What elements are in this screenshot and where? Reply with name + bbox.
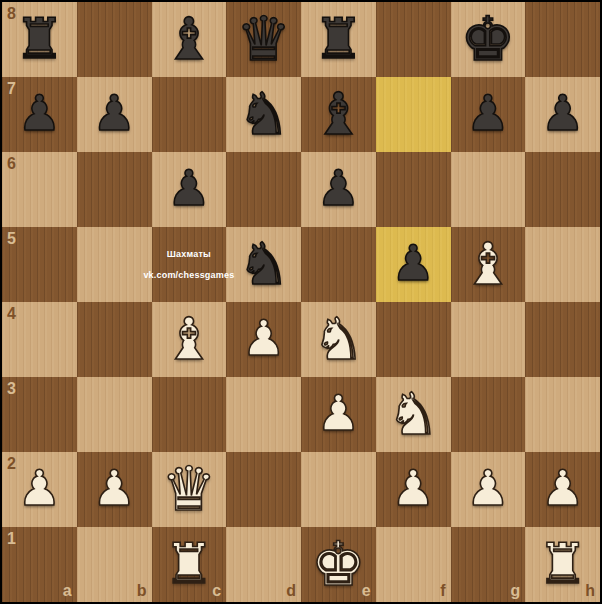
square-f6[interactable]	[376, 152, 451, 227]
file-label-c: c	[212, 582, 221, 600]
piece-white-queen: ♛	[152, 452, 227, 527]
square-g8[interactable]: ♚	[451, 2, 526, 77]
rank-label-4: 4	[7, 305, 16, 323]
chess-board: 8♜♝♛♜♚7♟♟♞♝♟♟6♟♟5Шахматыvk.com/chessgame…	[0, 0, 602, 604]
piece-black-pawn: ♟	[77, 77, 152, 152]
square-d3[interactable]	[226, 377, 301, 452]
piece-white-pawn: ♟	[226, 302, 301, 377]
file-label-d: d	[286, 582, 296, 600]
piece-black-pawn: ♟	[451, 77, 526, 152]
square-d7[interactable]: ♞	[226, 77, 301, 152]
square-g6[interactable]	[451, 152, 526, 227]
square-c1[interactable]: c♜	[152, 527, 227, 602]
square-d5[interactable]: ♞	[226, 227, 301, 302]
square-e8[interactable]: ♜	[301, 2, 376, 77]
square-f1[interactable]: f	[376, 527, 451, 602]
rank-label-5: 5	[7, 230, 16, 248]
board-grid: 8♜♝♛♜♚7♟♟♞♝♟♟6♟♟5Шахматыvk.com/chessgame…	[2, 2, 600, 602]
piece-white-pawn: ♟	[301, 377, 376, 452]
square-e4[interactable]: ♞	[301, 302, 376, 377]
square-h6[interactable]	[525, 152, 600, 227]
rank-label-6: 6	[7, 155, 16, 173]
file-label-g: g	[510, 582, 520, 600]
square-b1[interactable]: b	[77, 527, 152, 602]
square-h5[interactable]	[525, 227, 600, 302]
square-g2[interactable]: ♟	[451, 452, 526, 527]
square-h7[interactable]: ♟	[525, 77, 600, 152]
file-label-e: e	[362, 582, 371, 600]
square-c4[interactable]: ♝	[152, 302, 227, 377]
square-d8[interactable]: ♛	[226, 2, 301, 77]
square-a8[interactable]: 8♜	[2, 2, 77, 77]
watermark-line1: Шахматы	[167, 249, 211, 259]
piece-black-queen: ♛	[226, 2, 301, 77]
square-e5[interactable]	[301, 227, 376, 302]
piece-white-bishop: ♝	[451, 227, 526, 302]
square-d4[interactable]: ♟	[226, 302, 301, 377]
square-h8[interactable]	[525, 2, 600, 77]
square-c3[interactable]	[152, 377, 227, 452]
square-c6[interactable]: ♟	[152, 152, 227, 227]
piece-black-bishop: ♝	[301, 77, 376, 152]
rank-label-8: 8	[7, 5, 16, 23]
square-g7[interactable]: ♟	[451, 77, 526, 152]
rank-label-7: 7	[7, 80, 16, 98]
square-h4[interactable]	[525, 302, 600, 377]
rank-label-3: 3	[7, 380, 16, 398]
piece-black-pawn: ♟	[525, 77, 600, 152]
piece-white-pawn: ♟	[376, 452, 451, 527]
file-label-h: h	[585, 582, 595, 600]
square-c2[interactable]: ♛	[152, 452, 227, 527]
square-c7[interactable]	[152, 77, 227, 152]
square-f2[interactable]: ♟	[376, 452, 451, 527]
square-f3[interactable]: ♞	[376, 377, 451, 452]
square-f5[interactable]: ♟	[376, 227, 451, 302]
piece-white-pawn: ♟	[77, 452, 152, 527]
square-h1[interactable]: h♜	[525, 527, 600, 602]
square-b3[interactable]	[77, 377, 152, 452]
square-c5[interactable]: Шахматыvk.com/chessgames	[152, 227, 227, 302]
square-b4[interactable]	[77, 302, 152, 377]
square-b6[interactable]	[77, 152, 152, 227]
piece-black-bishop: ♝	[152, 2, 227, 77]
rank-label-1: 1	[7, 530, 16, 548]
piece-white-knight: ♞	[376, 377, 451, 452]
square-d2[interactable]	[226, 452, 301, 527]
square-b8[interactable]	[77, 2, 152, 77]
square-a7[interactable]: 7♟	[2, 77, 77, 152]
square-a5[interactable]: 5	[2, 227, 77, 302]
square-b2[interactable]: ♟	[77, 452, 152, 527]
square-e3[interactable]: ♟	[301, 377, 376, 452]
piece-black-knight: ♞	[226, 227, 301, 302]
square-f4[interactable]	[376, 302, 451, 377]
square-b7[interactable]: ♟	[77, 77, 152, 152]
square-b5[interactable]	[77, 227, 152, 302]
piece-white-knight: ♞	[301, 302, 376, 377]
piece-black-rook: ♜	[301, 2, 376, 77]
square-h3[interactable]	[525, 377, 600, 452]
file-label-b: b	[137, 582, 147, 600]
square-f7[interactable]	[376, 77, 451, 152]
square-g5[interactable]: ♝	[451, 227, 526, 302]
square-e1[interactable]: e♚	[301, 527, 376, 602]
piece-white-pawn: ♟	[525, 452, 600, 527]
square-a2[interactable]: 2♟	[2, 452, 77, 527]
square-c8[interactable]: ♝	[152, 2, 227, 77]
piece-white-pawn: ♟	[451, 452, 526, 527]
square-e2[interactable]	[301, 452, 376, 527]
square-g3[interactable]	[451, 377, 526, 452]
piece-black-pawn: ♟	[152, 152, 227, 227]
watermark-line2: vk.com/chessgames	[143, 270, 234, 280]
square-g4[interactable]	[451, 302, 526, 377]
piece-black-pawn: ♟	[376, 227, 451, 302]
square-a1[interactable]: 1a	[2, 527, 77, 602]
file-label-a: a	[63, 582, 72, 600]
square-g1[interactable]: g	[451, 527, 526, 602]
square-d6[interactable]	[226, 152, 301, 227]
square-e6[interactable]: ♟	[301, 152, 376, 227]
piece-white-bishop: ♝	[152, 302, 227, 377]
square-a3[interactable]: 3	[2, 377, 77, 452]
rank-label-2: 2	[7, 455, 16, 473]
piece-black-pawn: ♟	[301, 152, 376, 227]
piece-black-knight: ♞	[226, 77, 301, 152]
file-label-f: f	[440, 582, 445, 600]
square-f8[interactable]	[376, 2, 451, 77]
piece-black-king: ♚	[451, 2, 526, 77]
square-e7[interactable]: ♝	[301, 77, 376, 152]
square-a4[interactable]: 4	[2, 302, 77, 377]
square-a6[interactable]: 6	[2, 152, 77, 227]
watermark: Шахматыvk.com/chessgames	[152, 227, 227, 302]
square-h2[interactable]: ♟	[525, 452, 600, 527]
square-d1[interactable]: d	[226, 527, 301, 602]
